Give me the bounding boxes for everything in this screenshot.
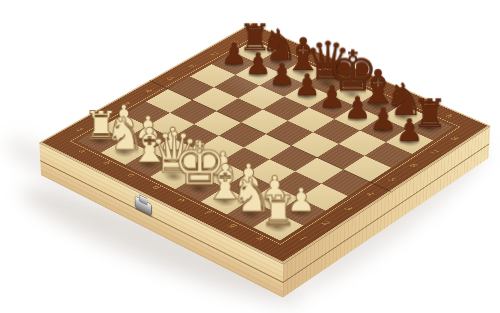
piece-glyph: ♜ — [231, 190, 326, 231]
product-photo: aabbccddeeffgghh1122334455667788 ♜♞♝♛♚♝♞… — [0, 0, 500, 313]
chess-set-scene: aabbccddeeffgghh1122334455667788 ♜♞♝♛♚♝♞… — [0, 0, 500, 313]
folding-chess-board: aabbccddeeffgghh1122334455667788 ♜♞♝♛♚♝♞… — [39, 23, 490, 263]
